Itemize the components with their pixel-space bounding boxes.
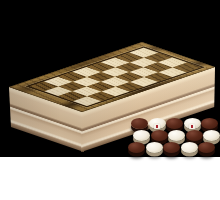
maker-stamp — [189, 124, 195, 129]
checker-white — [184, 118, 201, 129]
checker-brown — [128, 142, 145, 153]
product-photo — [0, 0, 220, 200]
checker-brown — [186, 130, 203, 141]
checker-white — [203, 130, 220, 141]
checker-brown — [131, 118, 148, 129]
checker-brown — [201, 118, 218, 129]
checker-white — [181, 142, 198, 153]
checker-white — [146, 142, 163, 153]
checker-white — [149, 118, 166, 129]
checker-white — [168, 130, 185, 141]
checker-brown — [163, 142, 180, 153]
checker-brown — [198, 142, 215, 153]
checker-brown — [166, 118, 183, 129]
checker-brown — [151, 130, 168, 141]
checker-white — [133, 130, 150, 141]
maker-stamp — [154, 124, 160, 129]
